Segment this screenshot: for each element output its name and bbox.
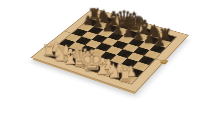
piece-white-rook-h1[interactable]: ♜ [117, 67, 133, 84]
brass-hinge [160, 59, 169, 65]
piece-black-pawn-h7[interactable]: ♟ [154, 35, 166, 48]
chess-board: ♜♞♝♛♚♝♞♜♟♟♟♟♟♟♟♟♟♟♟♟♟♟♟♟♜♞♝♛♚♝♞♜ [32, 9, 188, 92]
